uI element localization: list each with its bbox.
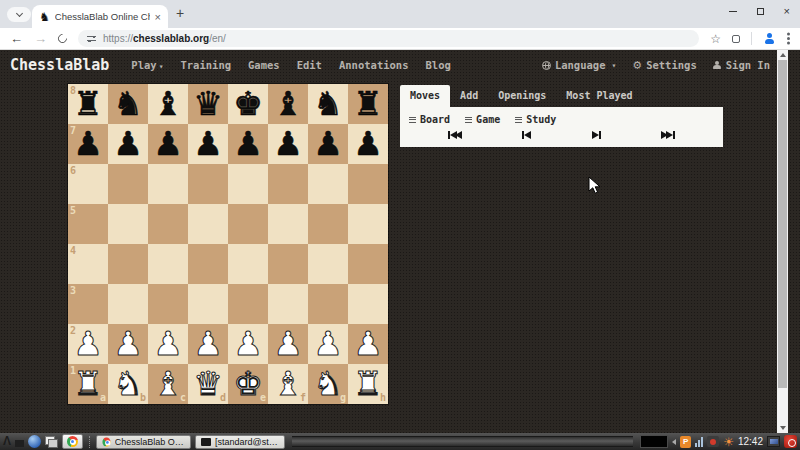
moves-panel: Board Game Study bbox=[400, 107, 723, 147]
black-pawn: ♟ bbox=[148, 124, 188, 164]
browser-toolbar: ← → https://chesslablab.org/en/ ☆ bbox=[0, 28, 800, 50]
game-menu-button[interactable]: Game bbox=[465, 114, 500, 125]
gear-icon: ⚙ bbox=[632, 60, 642, 71]
square-g4[interactable] bbox=[308, 244, 348, 284]
square-c1[interactable]: c♝ bbox=[148, 364, 188, 404]
white-rook: ♜ bbox=[348, 364, 388, 404]
square-d5[interactable] bbox=[188, 204, 228, 244]
scrollbar-thumb[interactable] bbox=[778, 60, 787, 388]
screen-recorder-icon[interactable] bbox=[707, 436, 719, 447]
board-menu-button[interactable]: Board bbox=[409, 114, 450, 125]
square-e6[interactable] bbox=[228, 164, 268, 204]
square-b7[interactable]: ♟ bbox=[108, 124, 148, 164]
black-pawn: ♟ bbox=[348, 124, 388, 164]
empty-task-list-area bbox=[292, 436, 633, 447]
square-g5[interactable] bbox=[308, 204, 348, 244]
square-h5[interactable] bbox=[348, 204, 388, 244]
step-forward-button[interactable] bbox=[592, 131, 601, 139]
white-pawn: ♟ bbox=[108, 324, 148, 364]
tab-title: ChesslaBlab Online Chess bbox=[55, 11, 150, 22]
black-pawn: ♟ bbox=[108, 124, 148, 164]
square-c2[interactable]: ♟ bbox=[148, 324, 188, 364]
square-f3[interactable] bbox=[268, 284, 308, 324]
black-bishop: ♝ bbox=[268, 84, 308, 124]
square-g3[interactable] bbox=[308, 284, 348, 324]
settings-label: Settings bbox=[646, 59, 697, 71]
white-pawn: ♟ bbox=[348, 324, 388, 364]
square-d1[interactable]: d♛ bbox=[188, 364, 228, 404]
reload-icon[interactable] bbox=[56, 32, 69, 45]
black-knight: ♞ bbox=[108, 84, 148, 124]
square-d6[interactable] bbox=[188, 164, 228, 204]
tab-moves[interactable]: Moves bbox=[400, 85, 450, 107]
analysis-tabs: Moves Add Openings Most Played bbox=[400, 86, 643, 107]
close-tab-icon[interactable]: × bbox=[155, 11, 161, 23]
square-h2[interactable]: ♟ bbox=[348, 324, 388, 364]
square-c6[interactable] bbox=[148, 164, 188, 204]
white-pawn: ♟ bbox=[228, 324, 268, 364]
clipboard-manager-icon[interactable]: P bbox=[680, 436, 691, 448]
task-button-terminal-window[interactable]: [standard@standa... bbox=[195, 435, 285, 449]
rank-label: 6 bbox=[70, 166, 76, 176]
square-b3[interactable] bbox=[108, 284, 148, 324]
square-c5[interactable] bbox=[148, 204, 188, 244]
profile-avatar-icon[interactable] bbox=[763, 32, 776, 45]
taskbar-separator bbox=[89, 436, 90, 448]
square-c4[interactable] bbox=[148, 244, 188, 284]
square-b4[interactable] bbox=[108, 244, 148, 284]
square-h7[interactable]: ♟ bbox=[348, 124, 388, 164]
sign-in-button[interactable]: Sign In bbox=[713, 59, 770, 71]
white-knight: ♞ bbox=[108, 364, 148, 404]
globe-icon bbox=[542, 61, 551, 70]
network-signal-icon[interactable] bbox=[695, 437, 703, 447]
person-icon bbox=[713, 61, 722, 70]
rank-label: 5 bbox=[70, 206, 76, 216]
go-to-end-button[interactable] bbox=[661, 131, 675, 139]
square-a5[interactable]: 5 bbox=[68, 204, 108, 244]
black-pawn: ♟ bbox=[68, 124, 108, 164]
nav-item-games[interactable]: Games bbox=[248, 59, 280, 71]
square-f2[interactable]: ♟ bbox=[268, 324, 308, 364]
square-e1[interactable]: e♚ bbox=[228, 364, 268, 404]
square-g1[interactable]: g♞ bbox=[308, 364, 348, 404]
square-a7[interactable]: 7♟ bbox=[68, 124, 108, 164]
square-g8[interactable]: ♞ bbox=[308, 84, 348, 124]
nav-item-training[interactable]: Training bbox=[180, 59, 231, 71]
chevron-down-icon: ▾ bbox=[611, 61, 616, 70]
square-h6[interactable] bbox=[348, 164, 388, 204]
toolbar-separator bbox=[751, 32, 752, 45]
minimize-icon[interactable] bbox=[729, 11, 737, 13]
page-content: ChesslaBlab Play▾ Training Games Edit An… bbox=[0, 50, 800, 433]
square-g7[interactable]: ♟ bbox=[308, 124, 348, 164]
square-f4[interactable] bbox=[268, 244, 308, 284]
square-a3[interactable]: 3 bbox=[68, 284, 108, 324]
toolbar-right-icons: ☆ bbox=[710, 32, 790, 45]
square-a8[interactable]: 8♜ bbox=[68, 84, 108, 124]
applications-menu-icon[interactable]: Λ bbox=[3, 435, 11, 447]
tab-openings[interactable]: Openings bbox=[488, 85, 556, 107]
forward-icon[interactable]: → bbox=[34, 32, 47, 45]
square-b2[interactable]: ♟ bbox=[108, 324, 148, 364]
square-e7[interactable]: ♟ bbox=[228, 124, 268, 164]
scroll-up-icon[interactable] bbox=[780, 53, 786, 57]
chess-board[interactable]: 8♜♞♝♛♚♝♞♜7♟♟♟♟♟♟♟♟65432♟♟♟♟♟♟♟♟1a♜b♞c♝d♛… bbox=[68, 84, 388, 404]
browser-tab-strip: ♞ ChesslaBlab Online Chess × + × bbox=[0, 0, 800, 28]
square-h3[interactable] bbox=[348, 284, 388, 324]
rank-label: 4 bbox=[70, 246, 76, 256]
task-button-chrome-window[interactable]: ChesslaBlab Onlin... bbox=[96, 435, 191, 449]
scroll-down-icon[interactable] bbox=[780, 426, 786, 430]
white-pawn: ♟ bbox=[268, 324, 308, 364]
taskbar-clock: 12:42 bbox=[738, 436, 763, 447]
web-browser-launcher-icon[interactable] bbox=[28, 435, 41, 448]
square-b5[interactable] bbox=[108, 204, 148, 244]
hamburger-icon bbox=[465, 117, 472, 123]
playback-controls bbox=[400, 131, 723, 139]
black-pawn: ♟ bbox=[188, 124, 228, 164]
square-d3[interactable] bbox=[188, 284, 228, 324]
square-d4[interactable] bbox=[188, 244, 228, 284]
square-a6[interactable]: 6 bbox=[68, 164, 108, 204]
address-bar[interactable]: https://chesslablab.org/en/ bbox=[78, 30, 699, 47]
white-pawn: ♟ bbox=[308, 324, 348, 364]
chrome-icon bbox=[67, 436, 78, 447]
panel-menus: Board Game Study bbox=[400, 107, 723, 125]
square-f1[interactable]: f♝ bbox=[268, 364, 308, 404]
main-nav: Play▾ Training Games Edit Annotations Bl… bbox=[131, 59, 450, 71]
black-pawn: ♟ bbox=[228, 124, 268, 164]
square-f8[interactable]: ♝ bbox=[268, 84, 308, 124]
new-tab-button[interactable]: + bbox=[176, 5, 184, 21]
black-king: ♚ bbox=[228, 84, 268, 124]
white-rook: ♜ bbox=[68, 364, 108, 404]
mouse-cursor bbox=[588, 176, 602, 200]
white-bishop: ♝ bbox=[148, 364, 188, 404]
header-right: Language ▾ ⚙ Settings Sign In bbox=[532, 59, 770, 71]
url-text: https://chesslablab.org/en/ bbox=[103, 33, 226, 44]
square-e2[interactable]: ♟ bbox=[228, 324, 268, 364]
show-desktop-icon[interactable] bbox=[15, 440, 24, 447]
black-bishop: ♝ bbox=[148, 84, 188, 124]
extensions-icon[interactable] bbox=[732, 35, 740, 43]
chrome-launcher-button[interactable] bbox=[62, 434, 83, 449]
black-rook: ♜ bbox=[348, 84, 388, 124]
square-f7[interactable]: ♟ bbox=[268, 124, 308, 164]
square-d8[interactable]: ♛ bbox=[188, 84, 228, 124]
square-h4[interactable] bbox=[348, 244, 388, 284]
square-c3[interactable] bbox=[148, 284, 188, 324]
black-pawn: ♟ bbox=[308, 124, 348, 164]
white-pawn: ♟ bbox=[68, 324, 108, 364]
square-g6[interactable] bbox=[308, 164, 348, 204]
language-label: Language bbox=[555, 59, 606, 71]
site-logo[interactable]: ChesslaBlab bbox=[10, 56, 109, 74]
square-e5[interactable] bbox=[228, 204, 268, 244]
white-king: ♚ bbox=[228, 364, 268, 404]
square-b6[interactable] bbox=[108, 164, 148, 204]
square-h1[interactable]: h♜ bbox=[348, 364, 388, 404]
study-menu-button[interactable]: Study bbox=[515, 114, 556, 125]
chevron-down-icon: ▾ bbox=[159, 62, 164, 71]
white-pawn: ♟ bbox=[148, 324, 188, 364]
browser-tab[interactable]: ♞ ChesslaBlab Online Chess × bbox=[32, 5, 168, 28]
file-manager-launcher-icon[interactable] bbox=[45, 436, 58, 448]
square-b8[interactable]: ♞ bbox=[108, 84, 148, 124]
black-rook: ♜ bbox=[68, 84, 108, 124]
window-controls: × bbox=[729, 6, 790, 17]
tab-most-played[interactable]: Most Played bbox=[556, 85, 642, 107]
screen-lock-icon[interactable] bbox=[767, 436, 780, 447]
hamburger-icon bbox=[409, 117, 416, 123]
white-knight: ♞ bbox=[308, 364, 348, 404]
nav-item-play[interactable]: Play▾ bbox=[131, 59, 163, 71]
square-f6[interactable] bbox=[268, 164, 308, 204]
page-scrollbar[interactable] bbox=[777, 50, 788, 433]
close-window-icon[interactable]: × bbox=[784, 6, 790, 17]
step-back-button[interactable] bbox=[522, 131, 531, 139]
square-d2[interactable]: ♟ bbox=[188, 324, 228, 364]
square-e8[interactable]: ♚ bbox=[228, 84, 268, 124]
white-pawn: ♟ bbox=[188, 324, 228, 364]
square-e4[interactable] bbox=[228, 244, 268, 284]
square-e3[interactable] bbox=[228, 284, 268, 324]
settings-button[interactable]: ⚙ Settings bbox=[632, 59, 696, 71]
back-icon[interactable]: ← bbox=[10, 32, 23, 45]
square-f5[interactable] bbox=[268, 204, 308, 244]
nav-item-annotations[interactable]: Annotations bbox=[339, 59, 409, 71]
tab-search-button[interactable] bbox=[7, 7, 31, 22]
go-to-start-button[interactable] bbox=[448, 131, 462, 139]
white-queen: ♛ bbox=[188, 364, 228, 404]
maximize-icon[interactable] bbox=[757, 8, 764, 15]
nav-item-edit[interactable]: Edit bbox=[297, 59, 322, 71]
square-a2[interactable]: 2♟ bbox=[68, 324, 108, 364]
black-queen: ♛ bbox=[188, 84, 228, 124]
hamburger-icon bbox=[515, 117, 522, 123]
square-a1[interactable]: 1a♜ bbox=[68, 364, 108, 404]
square-g2[interactable]: ♟ bbox=[308, 324, 348, 364]
window-preview-tray bbox=[640, 435, 668, 448]
site-favicon-knight-icon: ♞ bbox=[39, 11, 50, 23]
site-info-icon[interactable] bbox=[87, 35, 96, 43]
square-h8[interactable]: ♜ bbox=[348, 84, 388, 124]
square-c7[interactable]: ♟ bbox=[148, 124, 188, 164]
browser-menu-icon[interactable] bbox=[787, 37, 790, 40]
tray-collapse-icon[interactable] bbox=[672, 439, 676, 445]
language-menu[interactable]: Language ▾ bbox=[542, 59, 616, 71]
square-a4[interactable]: 4 bbox=[68, 244, 108, 284]
white-bishop: ♝ bbox=[268, 364, 308, 404]
desktop-taskbar: Λ ChesslaBlab Onlin... [standard@standa.… bbox=[0, 433, 800, 450]
black-pawn: ♟ bbox=[268, 124, 308, 164]
chrome-icon bbox=[102, 437, 110, 446]
square-c8[interactable]: ♝ bbox=[148, 84, 188, 124]
tab-add[interactable]: Add bbox=[450, 85, 488, 107]
rank-label: 3 bbox=[70, 286, 76, 296]
power-button-icon[interactable] bbox=[784, 435, 797, 448]
square-d7[interactable]: ♟ bbox=[188, 124, 228, 164]
sign-in-label: Sign In bbox=[726, 59, 770, 71]
square-b1[interactable]: b♞ bbox=[108, 364, 148, 404]
terminal-icon bbox=[201, 438, 211, 446]
weather-sun-icon[interactable]: ☀ bbox=[723, 436, 734, 448]
bookmark-star-icon[interactable]: ☆ bbox=[710, 33, 721, 45]
site-header: ChesslaBlab Play▾ Training Games Edit An… bbox=[0, 50, 780, 80]
chevron-down-icon bbox=[15, 9, 22, 16]
nav-item-blog[interactable]: Blog bbox=[426, 59, 451, 71]
black-knight: ♞ bbox=[308, 84, 348, 124]
